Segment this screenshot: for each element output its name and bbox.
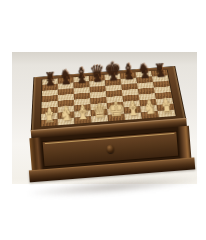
black-knight: ♞ [137, 62, 150, 76]
square-c1: ♝ [74, 116, 91, 124]
square-e1: ♚ [108, 114, 125, 122]
black-king: ♚ [103, 60, 121, 79]
drawer-knob [107, 145, 115, 154]
drawer-inlay-line [45, 133, 175, 144]
photo-backdrop: ♜♞♝♛♚♝♞♜♟♟♟♟♟♟♟♟♟♟♟♟♟♟♟♟♜♞♝♛♚♝♞♜ [12, 52, 197, 184]
black-rook: ♜ [153, 62, 165, 75]
black-queen: ♛ [88, 63, 104, 80]
storage-chest [29, 118, 193, 182]
square-f1: ♝ [124, 112, 142, 120]
product-photo: ♜♞♝♛♚♝♞♜♟♟♟♟♟♟♟♟♟♟♟♟♟♟♟♟♜♞♝♛♚♝♞♜ [0, 0, 206, 240]
black-bishop: ♝ [121, 62, 135, 77]
square-b1: ♞ [58, 118, 75, 126]
black-bishop: ♝ [74, 66, 88, 81]
square-a1: ♜ [41, 119, 58, 127]
chest-right-post [178, 126, 191, 159]
chess-board: ♜♞♝♛♚♝♞♜♟♟♟♟♟♟♟♟♟♟♟♟♟♟♟♟♜♞♝♛♚♝♞♜ [40, 69, 177, 127]
black-rook: ♜ [44, 70, 56, 83]
black-knight: ♞ [59, 68, 72, 82]
square-h1: ♜ [158, 110, 176, 118]
square-d1: ♛ [91, 115, 108, 123]
square-f3 [123, 100, 140, 107]
chess-set: ♜♞♝♛♚♝♞♜♟♟♟♟♟♟♟♟♟♟♟♟♟♟♟♟♜♞♝♛♚♝♞♜ [21, 60, 197, 203]
square-g1: ♞ [141, 111, 159, 119]
